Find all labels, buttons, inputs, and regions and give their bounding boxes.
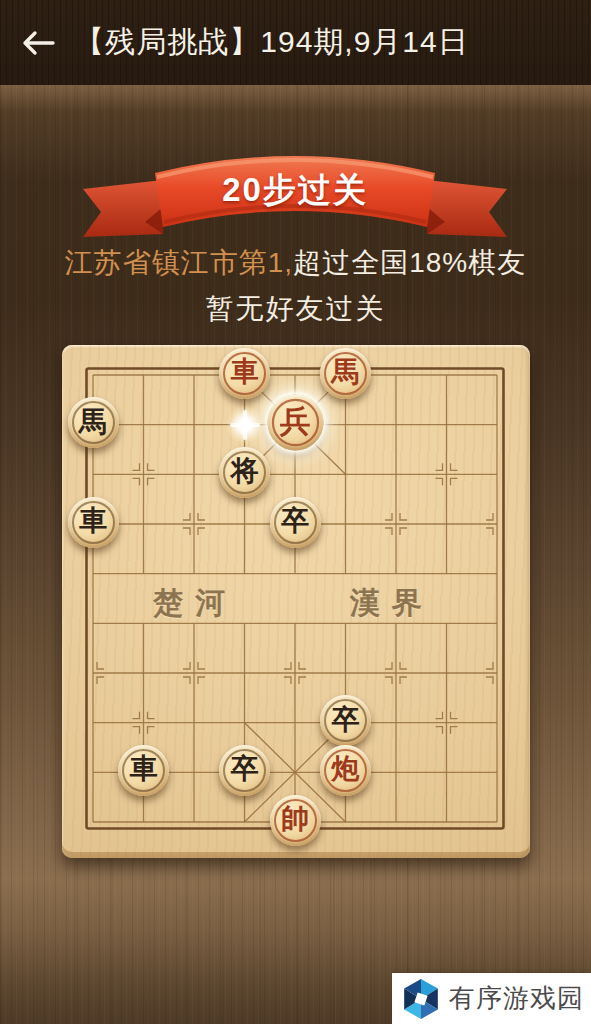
header-bar: 【残局挑战】194期,9月14日 xyxy=(0,0,591,85)
piece-char: 卒 xyxy=(332,706,360,734)
piece-char: 帥 xyxy=(281,805,309,833)
xiangqi-board[interactable]: 楚河 漢界 車馬馬兵将車卒卒車卒炮帥 xyxy=(62,345,530,858)
piece-red-cannon-c5r8[interactable]: 炮 xyxy=(320,745,371,796)
rank-text: 江苏省镇江市第1,超过全国18%棋友 xyxy=(0,244,591,282)
rank-rest: 超过全国18%棋友 xyxy=(293,247,526,278)
piece-char: 車 xyxy=(79,507,107,535)
piece-char: 兵 xyxy=(280,406,311,437)
river-label-right: 漢界 xyxy=(332,583,452,624)
piece-char: 車 xyxy=(130,755,158,783)
piece-char: 馬 xyxy=(332,358,360,386)
piece-red-horse-c5r0[interactable]: 馬 xyxy=(320,348,371,399)
piece-char: 車 xyxy=(231,358,259,386)
piece-black-chariot-c1r8[interactable]: 車 xyxy=(118,745,169,796)
app-screen: 【残局挑战】194期,9月14日 20步过 xyxy=(0,0,591,1024)
friends-status: 暂无好友过关 xyxy=(0,290,591,328)
piece-black-chariot-c0r3[interactable]: 車 xyxy=(68,497,119,548)
piece-black-soldier-c5r7[interactable]: 卒 xyxy=(320,695,371,746)
piece-char: 炮 xyxy=(332,755,360,783)
piece-red-soldier-c4r1[interactable]: 兵 xyxy=(267,395,323,451)
piece-red-chariot-c3r0[interactable]: 車 xyxy=(219,348,270,399)
rank-highlight: 江苏省镇江市第1, xyxy=(65,247,293,278)
piece-black-general-c3r2[interactable]: 将 xyxy=(219,447,270,498)
piece-char: 卒 xyxy=(231,755,259,783)
piece-black-horse-c0r1[interactable]: 馬 xyxy=(68,397,119,448)
piece-char: 将 xyxy=(231,457,259,485)
piece-char: 卒 xyxy=(281,507,309,535)
back-button[interactable] xyxy=(16,21,60,65)
piece-char: 馬 xyxy=(79,408,107,436)
river-label-left: 楚河 xyxy=(135,583,255,624)
ribbon-label: 20步过关 xyxy=(75,170,515,210)
watermark-text: 有序游戏园 xyxy=(449,981,584,1016)
back-arrow-icon xyxy=(20,30,56,56)
page-title: 【残局挑战】194期,9月14日 xyxy=(0,22,543,63)
piece-red-general-c4r9[interactable]: 帥 xyxy=(270,795,321,846)
piece-black-soldier-c3r8[interactable]: 卒 xyxy=(219,745,270,796)
pinwheel-logo-icon xyxy=(400,978,442,1020)
watermark: 有序游戏园 xyxy=(392,973,591,1024)
piece-black-soldier-c4r3[interactable]: 卒 xyxy=(270,497,321,548)
